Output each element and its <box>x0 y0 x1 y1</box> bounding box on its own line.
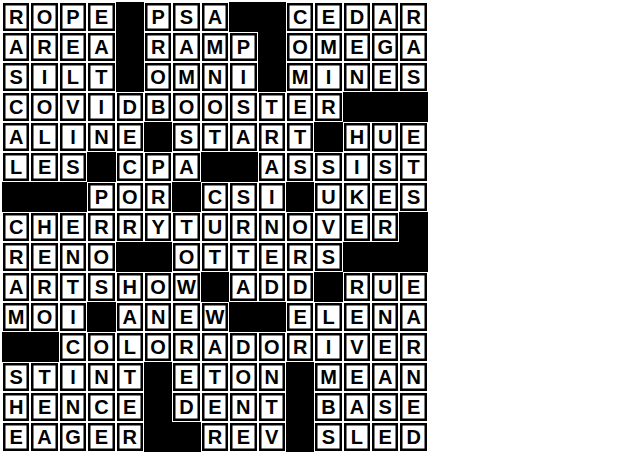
letter-cell-r12c14: E <box>371 332 399 362</box>
letter-cell-r7c10: I <box>258 182 286 212</box>
letter-cell-r2c4: A <box>87 32 115 62</box>
letter-cell-r4c11: E <box>286 92 314 122</box>
letter-cell-r6c14: S <box>371 152 399 182</box>
letter-cell-r14c4: C <box>87 392 115 422</box>
block-cell-r10c12 <box>314 272 342 302</box>
letter-cell-r7c13: K <box>343 182 371 212</box>
letter-cell-r3c12: I <box>314 62 342 92</box>
block-cell-r5c12 <box>314 122 342 152</box>
letter-cell-r13c8: T <box>201 362 229 392</box>
letter-cell-r5c3: I <box>59 122 87 152</box>
letter-cell-r6c2: E <box>30 152 58 182</box>
block-cell-r1c9 <box>229 2 257 32</box>
letter-cell-r3c7: M <box>172 62 200 92</box>
block-cell-r11c10 <box>258 302 286 332</box>
letter-cell-r11c8: W <box>201 302 229 332</box>
letter-cell-r10c6: O <box>144 272 172 302</box>
letter-cell-r1c8: A <box>201 2 229 32</box>
block-cell-r7c1 <box>2 182 30 212</box>
letter-cell-r13c7: E <box>172 362 200 392</box>
letter-cell-r8c5: R <box>116 212 144 242</box>
letter-cell-r14c12: B <box>314 392 342 422</box>
letter-cell-r8c1: C <box>2 212 30 242</box>
block-cell-r7c7 <box>172 182 200 212</box>
letter-cell-r11c3: I <box>59 302 87 332</box>
letter-cell-r12c15: R <box>399 332 427 362</box>
letter-cell-r1c12: E <box>314 2 342 32</box>
letter-cell-r6c3: S <box>59 152 87 182</box>
letter-cell-r15c12: S <box>314 422 342 452</box>
letter-cell-r11c2: O <box>30 302 58 332</box>
block-cell-r9c13 <box>343 242 371 272</box>
letter-cell-r5c14: U <box>371 122 399 152</box>
block-cell-r15c11 <box>286 422 314 452</box>
letter-cell-r11c11: E <box>286 302 314 332</box>
letter-cell-r9c2: E <box>30 242 58 272</box>
letter-cell-r12c8: A <box>201 332 229 362</box>
letter-cell-r13c1: S <box>2 362 30 392</box>
letter-cell-r1c6: P <box>144 2 172 32</box>
letter-cell-r4c5: D <box>116 92 144 122</box>
block-cell-r14c6 <box>144 392 172 422</box>
block-cell-r11c4 <box>87 302 115 332</box>
letter-cell-r14c7: D <box>172 392 200 422</box>
letter-cell-r15c5: R <box>116 422 144 452</box>
letter-cell-r9c12: S <box>314 242 342 272</box>
letter-cell-r2c6: R <box>144 32 172 62</box>
letter-cell-r15c13: L <box>343 422 371 452</box>
letter-cell-r6c1: L <box>2 152 30 182</box>
letter-cell-r3c9: I <box>229 62 257 92</box>
letter-cell-r8c12: V <box>314 212 342 242</box>
letter-cell-r3c2: I <box>30 62 58 92</box>
letter-cell-r12c13: V <box>343 332 371 362</box>
letter-cell-r7c15: S <box>399 182 427 212</box>
letter-cell-r13c3: I <box>59 362 87 392</box>
letter-cell-r11c6: N <box>144 302 172 332</box>
letter-cell-r12c6: O <box>144 332 172 362</box>
letter-cell-r9c7: O <box>172 242 200 272</box>
letter-cell-r9c10: E <box>258 242 286 272</box>
letter-cell-r3c4: T <box>87 62 115 92</box>
block-cell-r6c8 <box>201 152 229 182</box>
block-cell-r9c6 <box>144 242 172 272</box>
letter-cell-r8c10: N <box>258 212 286 242</box>
letter-cell-r6c5: C <box>116 152 144 182</box>
letter-cell-r3c8: N <box>201 62 229 92</box>
letter-cell-r10c7: W <box>172 272 200 302</box>
letter-cell-r3c15: S <box>399 62 427 92</box>
letter-cell-r12c5: L <box>116 332 144 362</box>
letter-cell-r10c9: A <box>229 272 257 302</box>
letter-cell-r10c13: R <box>343 272 371 302</box>
letter-cell-r12c11: R <box>286 332 314 362</box>
block-cell-r6c4 <box>87 152 115 182</box>
letter-cell-r15c8: R <box>201 422 229 452</box>
letter-cell-r9c9: T <box>229 242 257 272</box>
letter-cell-r10c10: D <box>258 272 286 302</box>
block-cell-r6c9 <box>229 152 257 182</box>
letter-cell-r6c15: T <box>399 152 427 182</box>
letter-cell-r4c2: O <box>30 92 58 122</box>
letter-cell-r1c7: S <box>172 2 200 32</box>
letter-cell-r4c9: S <box>229 92 257 122</box>
letter-cell-r2c7: A <box>172 32 200 62</box>
letter-cell-r15c10: V <box>258 422 286 452</box>
letter-cell-r5c2: L <box>30 122 58 152</box>
letter-cell-r13c10: N <box>258 362 286 392</box>
letter-cell-r3c11: M <box>286 62 314 92</box>
block-cell-r12c1 <box>2 332 30 362</box>
letter-cell-r8c13: E <box>343 212 371 242</box>
letter-cell-r1c1: R <box>2 2 30 32</box>
letter-cell-r4c1: C <box>2 92 30 122</box>
block-cell-r7c3 <box>59 182 87 212</box>
letter-cell-r9c8: T <box>201 242 229 272</box>
letter-cell-r2c8: M <box>201 32 229 62</box>
block-cell-r13c11 <box>286 362 314 392</box>
letter-cell-r2c14: G <box>371 32 399 62</box>
letter-cell-r12c7: R <box>172 332 200 362</box>
letter-cell-r8c8: U <box>201 212 229 242</box>
letter-cell-r10c2: R <box>30 272 58 302</box>
letter-cell-r6c10: A <box>258 152 286 182</box>
letter-cell-r7c14: E <box>371 182 399 212</box>
block-cell-r4c15 <box>399 92 427 122</box>
letter-cell-r8c7: T <box>172 212 200 242</box>
letter-cell-r5c9: A <box>229 122 257 152</box>
block-cell-r2c10 <box>258 32 286 62</box>
letter-cell-r8c2: H <box>30 212 58 242</box>
block-cell-r9c15 <box>399 242 427 272</box>
letter-cell-r6c12: S <box>314 152 342 182</box>
letter-cell-r8c11: O <box>286 212 314 242</box>
letter-cell-r4c10: T <box>258 92 286 122</box>
letter-cell-r2c3: E <box>59 32 87 62</box>
letter-cell-r6c6: P <box>144 152 172 182</box>
letter-cell-r4c3: V <box>59 92 87 122</box>
letter-cell-r5c5: E <box>116 122 144 152</box>
letter-cell-r8c9: R <box>229 212 257 242</box>
letter-cell-r14c2: E <box>30 392 58 422</box>
block-cell-r3c5 <box>116 62 144 92</box>
letter-cell-r6c11: S <box>286 152 314 182</box>
letter-cell-r1c15: R <box>399 2 427 32</box>
letter-cell-r2c12: M <box>314 32 342 62</box>
page: ROPEPSACEDARAREARAMPOMEGASILTOMNIMINESCO… <box>0 0 640 457</box>
letter-cell-r15c14: E <box>371 422 399 452</box>
letter-cell-r8c3: E <box>59 212 87 242</box>
letter-cell-r7c4: P <box>87 182 115 212</box>
letter-cell-r7c6: R <box>144 182 172 212</box>
letter-cell-r11c1: M <box>2 302 30 332</box>
letter-cell-r5c13: H <box>343 122 371 152</box>
block-cell-r14c11 <box>286 392 314 422</box>
letter-cell-r12c4: O <box>87 332 115 362</box>
letter-cell-r1c11: C <box>286 2 314 32</box>
letter-cell-r5c15: E <box>399 122 427 152</box>
letter-cell-r3c6: O <box>144 62 172 92</box>
letter-cell-r1c3: P <box>59 2 87 32</box>
letter-cell-r5c10: R <box>258 122 286 152</box>
letter-cell-r3c3: L <box>59 62 87 92</box>
letter-cell-r1c2: O <box>30 2 58 32</box>
letter-cell-r6c13: I <box>343 152 371 182</box>
letter-cell-r8c14: R <box>371 212 399 242</box>
letter-cell-r14c14: S <box>371 392 399 422</box>
letter-cell-r8c6: Y <box>144 212 172 242</box>
letter-cell-r5c8: T <box>201 122 229 152</box>
letter-cell-r10c14: U <box>371 272 399 302</box>
letter-cell-r13c9: O <box>229 362 257 392</box>
letter-cell-r15c2: A <box>30 422 58 452</box>
letter-cell-r2c2: R <box>30 32 58 62</box>
letter-cell-r3c13: N <box>343 62 371 92</box>
block-cell-r9c14 <box>371 242 399 272</box>
letter-cell-r5c11: T <box>286 122 314 152</box>
letter-cell-r5c4: N <box>87 122 115 152</box>
block-cell-r2c5 <box>116 32 144 62</box>
letter-cell-r11c7: E <box>172 302 200 332</box>
letter-cell-r13c5: T <box>116 362 144 392</box>
letter-cell-r2c9: P <box>229 32 257 62</box>
block-cell-r15c7 <box>172 422 200 452</box>
letter-cell-r9c3: N <box>59 242 87 272</box>
letter-cell-r11c14: N <box>371 302 399 332</box>
letter-cell-r10c4: S <box>87 272 115 302</box>
letter-cell-r2c15: A <box>399 32 427 62</box>
letter-cell-r14c10: T <box>258 392 286 422</box>
block-cell-r5c6 <box>144 122 172 152</box>
letter-cell-r13c4: N <box>87 362 115 392</box>
letter-cell-r1c14: A <box>371 2 399 32</box>
letter-cell-r14c3: N <box>59 392 87 422</box>
block-cell-r15c6 <box>144 422 172 452</box>
letter-cell-r15c9: E <box>229 422 257 452</box>
block-cell-r8c15 <box>399 212 427 242</box>
letter-cell-r5c7: S <box>172 122 200 152</box>
letter-cell-r8c4: R <box>87 212 115 242</box>
letter-cell-r11c15: A <box>399 302 427 332</box>
letter-cell-r14c1: H <box>2 392 30 422</box>
letter-cell-r14c15: E <box>399 392 427 422</box>
letter-cell-r1c4: E <box>87 2 115 32</box>
letter-cell-r10c15: E <box>399 272 427 302</box>
letter-cell-r1c13: D <box>343 2 371 32</box>
letter-cell-r13c15: N <box>399 362 427 392</box>
block-cell-r3c10 <box>258 62 286 92</box>
letter-cell-r4c4: I <box>87 92 115 122</box>
letter-cell-r4c8: O <box>201 92 229 122</box>
letter-cell-r11c12: L <box>314 302 342 332</box>
letter-cell-r14c5: E <box>116 392 144 422</box>
letter-cell-r9c11: R <box>286 242 314 272</box>
letter-cell-r15c4: E <box>87 422 115 452</box>
letter-cell-r7c5: O <box>116 182 144 212</box>
letter-cell-r7c9: S <box>229 182 257 212</box>
letter-cell-r2c1: A <box>2 32 30 62</box>
block-cell-r7c11 <box>286 182 314 212</box>
letter-cell-r2c11: O <box>286 32 314 62</box>
block-cell-r1c10 <box>258 2 286 32</box>
letter-cell-r14c9: N <box>229 392 257 422</box>
block-cell-r11c9 <box>229 302 257 332</box>
letter-cell-r14c8: E <box>201 392 229 422</box>
letter-cell-r13c12: M <box>314 362 342 392</box>
block-cell-r13c6 <box>144 362 172 392</box>
letter-cell-r15c1: E <box>2 422 30 452</box>
letter-cell-r10c1: A <box>2 272 30 302</box>
letter-cell-r9c1: R <box>2 242 30 272</box>
letter-cell-r12c10: O <box>258 332 286 362</box>
block-cell-r7c2 <box>30 182 58 212</box>
letter-cell-r6c7: A <box>172 152 200 182</box>
letter-cell-r9c4: O <box>87 242 115 272</box>
letter-cell-r4c12: R <box>314 92 342 122</box>
letter-cell-r11c13: E <box>343 302 371 332</box>
letter-cell-r10c5: H <box>116 272 144 302</box>
block-cell-r12c2 <box>30 332 58 362</box>
letter-cell-r12c12: I <box>314 332 342 362</box>
block-cell-r9c5 <box>116 242 144 272</box>
letter-cell-r10c11: D <box>286 272 314 302</box>
letter-cell-r12c3: C <box>59 332 87 362</box>
letter-cell-r4c7: O <box>172 92 200 122</box>
letter-cell-r5c1: A <box>2 122 30 152</box>
letter-cell-r13c13: E <box>343 362 371 392</box>
letter-cell-r12c9: D <box>229 332 257 362</box>
letter-cell-r15c3: G <box>59 422 87 452</box>
letter-cell-r15c15: D <box>399 422 427 452</box>
block-cell-r1c5 <box>116 2 144 32</box>
letter-cell-r7c8: C <box>201 182 229 212</box>
letter-cell-r4c6: B <box>144 92 172 122</box>
letter-cell-r3c1: S <box>2 62 30 92</box>
letter-cell-r13c14: A <box>371 362 399 392</box>
block-cell-r10c8 <box>201 272 229 302</box>
block-cell-r4c14 <box>371 92 399 122</box>
letter-cell-r13c2: T <box>30 362 58 392</box>
letter-cell-r2c13: E <box>343 32 371 62</box>
block-cell-r4c13 <box>343 92 371 122</box>
crossword-grid: ROPEPSACEDARAREARAMPOMEGASILTOMNIMINESCO… <box>2 2 428 452</box>
letter-cell-r11c5: A <box>116 302 144 332</box>
letter-cell-r7c12: U <box>314 182 342 212</box>
letter-cell-r14c13: A <box>343 392 371 422</box>
letter-cell-r10c3: T <box>59 272 87 302</box>
letter-cell-r3c14: E <box>371 62 399 92</box>
